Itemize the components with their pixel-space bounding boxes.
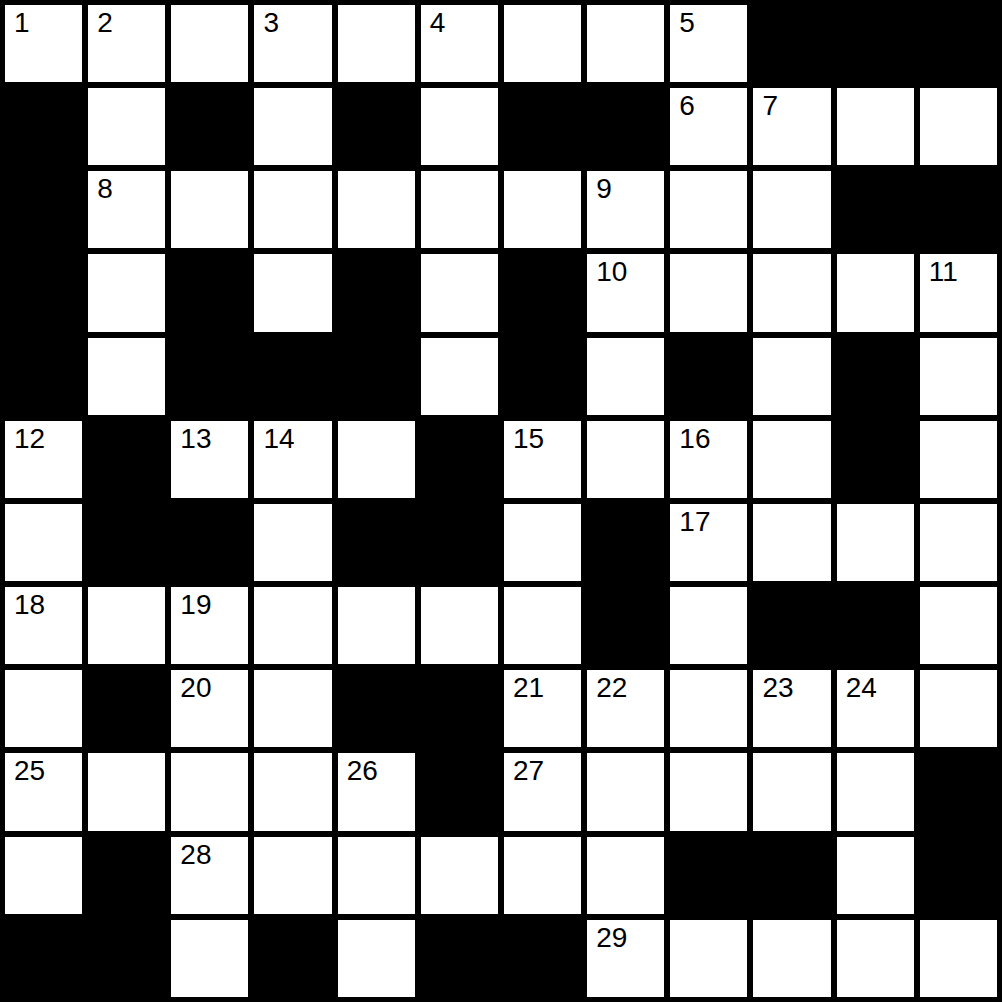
cell-r6c6[interactable] <box>504 504 581 581</box>
cell-r11c8[interactable] <box>670 920 747 997</box>
cell-r8c2[interactable]: 20 <box>171 670 248 747</box>
cell-r10c4[interactable] <box>338 837 415 914</box>
cell-r4c5[interactable] <box>421 338 498 415</box>
block-cell-r0c11 <box>920 5 997 82</box>
cell-r9c7[interactable] <box>587 753 664 830</box>
cell-r9c1[interactable] <box>88 753 165 830</box>
cell-r7c2[interactable]: 19 <box>171 587 248 664</box>
clue-number-19: 19 <box>180 590 211 619</box>
clue-number-1: 1 <box>14 8 30 37</box>
cell-r8c10[interactable]: 24 <box>837 670 914 747</box>
cell-r6c10[interactable] <box>837 504 914 581</box>
cell-r11c9[interactable] <box>753 920 830 997</box>
cell-r1c9[interactable]: 7 <box>753 88 830 165</box>
cell-r1c8[interactable]: 6 <box>670 88 747 165</box>
cell-r6c0[interactable] <box>5 504 82 581</box>
clue-number-21: 21 <box>513 673 544 702</box>
block-cell-r4c2 <box>171 338 248 415</box>
block-cell-r11c5 <box>421 920 498 997</box>
cell-r5c7[interactable] <box>587 421 664 498</box>
cell-r0c3[interactable]: 3 <box>254 5 331 82</box>
clue-number-26: 26 <box>347 756 378 785</box>
cell-r0c2[interactable] <box>171 5 248 82</box>
block-cell-r6c4 <box>338 504 415 581</box>
block-cell-r6c1 <box>88 504 165 581</box>
cell-r9c9[interactable] <box>753 753 830 830</box>
cell-r5c8[interactable]: 16 <box>670 421 747 498</box>
cell-r3c5[interactable] <box>421 254 498 331</box>
clue-number-28: 28 <box>180 840 211 869</box>
block-cell-r6c2 <box>171 504 248 581</box>
cell-r8c11[interactable] <box>920 670 997 747</box>
clue-number-12: 12 <box>14 424 45 453</box>
cell-r5c6[interactable]: 15 <box>504 421 581 498</box>
clue-number-2: 2 <box>97 8 113 37</box>
clue-number-20: 20 <box>180 673 211 702</box>
cell-r0c8[interactable]: 5 <box>670 5 747 82</box>
clue-number-5: 5 <box>679 8 695 37</box>
block-cell-r1c7 <box>587 88 664 165</box>
block-cell-r4c6 <box>504 338 581 415</box>
clue-number-4: 4 <box>430 8 446 37</box>
cell-r1c11[interactable] <box>920 88 997 165</box>
cell-r2c9[interactable] <box>753 171 830 248</box>
clue-number-10: 10 <box>596 257 627 286</box>
block-cell-r3c4 <box>338 254 415 331</box>
cell-r10c2[interactable]: 28 <box>171 837 248 914</box>
cell-r10c7[interactable] <box>587 837 664 914</box>
cell-r7c5[interactable] <box>421 587 498 664</box>
block-cell-r6c5 <box>421 504 498 581</box>
cell-r4c11[interactable] <box>920 338 997 415</box>
cell-r7c8[interactable] <box>670 587 747 664</box>
block-cell-r9c5 <box>421 753 498 830</box>
cell-r6c8[interactable]: 17 <box>670 504 747 581</box>
cell-r3c8[interactable] <box>670 254 747 331</box>
cell-r3c3[interactable] <box>254 254 331 331</box>
cell-r9c8[interactable] <box>670 753 747 830</box>
cell-r2c5[interactable] <box>421 171 498 248</box>
cell-r9c2[interactable] <box>171 753 248 830</box>
cell-r3c9[interactable] <box>753 254 830 331</box>
cell-r7c11[interactable] <box>920 587 997 664</box>
clue-number-11: 11 <box>929 257 958 286</box>
cell-r11c11[interactable] <box>920 920 997 997</box>
block-cell-r7c7 <box>587 587 664 664</box>
clue-number-8: 8 <box>97 174 113 203</box>
cell-r4c1[interactable] <box>88 338 165 415</box>
block-cell-r4c8 <box>670 338 747 415</box>
cell-r5c0[interactable]: 12 <box>5 421 82 498</box>
clue-number-3: 3 <box>263 8 279 37</box>
block-cell-r9c11 <box>920 753 997 830</box>
cell-r2c7[interactable]: 9 <box>587 171 664 248</box>
block-cell-r10c1 <box>88 837 165 914</box>
block-cell-r11c6 <box>504 920 581 997</box>
clue-number-7: 7 <box>762 91 778 120</box>
cell-r5c4[interactable] <box>338 421 415 498</box>
cell-r4c9[interactable] <box>753 338 830 415</box>
cell-r11c7[interactable]: 29 <box>587 920 664 997</box>
cell-r0c1[interactable]: 2 <box>88 5 165 82</box>
clue-number-23: 23 <box>762 673 793 702</box>
cell-r0c7[interactable] <box>587 5 664 82</box>
cell-r0c0[interactable]: 1 <box>5 5 82 82</box>
clue-number-17: 17 <box>679 507 710 536</box>
clue-number-24: 24 <box>846 673 877 702</box>
block-cell-r2c10 <box>837 171 914 248</box>
block-cell-r2c0 <box>5 171 82 248</box>
cell-r3c1[interactable] <box>88 254 165 331</box>
block-cell-r1c2 <box>171 88 248 165</box>
cell-r1c10[interactable] <box>837 88 914 165</box>
cell-r9c4[interactable]: 26 <box>338 753 415 830</box>
cell-r6c9[interactable] <box>753 504 830 581</box>
cell-r8c9[interactable]: 23 <box>753 670 830 747</box>
block-cell-r11c1 <box>88 920 165 997</box>
block-cell-r8c1 <box>88 670 165 747</box>
cell-r10c10[interactable] <box>837 837 914 914</box>
block-cell-r0c10 <box>837 5 914 82</box>
cell-r11c10[interactable] <box>837 920 914 997</box>
block-cell-r10c9 <box>753 837 830 914</box>
block-cell-r3c2 <box>171 254 248 331</box>
clue-number-15: 15 <box>513 424 544 453</box>
cell-r8c0[interactable] <box>5 670 82 747</box>
clue-number-27: 27 <box>513 756 544 785</box>
cell-r10c5[interactable] <box>421 837 498 914</box>
cell-r1c5[interactable] <box>421 88 498 165</box>
clue-number-14: 14 <box>263 424 294 453</box>
cell-r2c1[interactable]: 8 <box>88 171 165 248</box>
clue-number-16: 16 <box>679 424 710 453</box>
cell-r5c3[interactable]: 14 <box>254 421 331 498</box>
block-cell-r4c3 <box>254 338 331 415</box>
block-cell-r10c11 <box>920 837 997 914</box>
block-cell-r6c7 <box>587 504 664 581</box>
cell-r0c5[interactable]: 4 <box>421 5 498 82</box>
block-cell-r4c10 <box>837 338 914 415</box>
cell-r2c3[interactable] <box>254 171 331 248</box>
cell-r10c0[interactable] <box>5 837 82 914</box>
block-cell-r5c5 <box>421 421 498 498</box>
cell-r1c1[interactable] <box>88 88 165 165</box>
cell-r5c9[interactable] <box>753 421 830 498</box>
block-cell-r10c8 <box>670 837 747 914</box>
cell-r0c6[interactable] <box>504 5 581 82</box>
cell-r8c3[interactable] <box>254 670 331 747</box>
cell-r7c1[interactable] <box>88 587 165 664</box>
cell-r3c7[interactable]: 10 <box>587 254 664 331</box>
block-cell-r8c4 <box>338 670 415 747</box>
cell-r11c2[interactable] <box>171 920 248 997</box>
clue-number-25: 25 <box>14 756 45 785</box>
block-cell-r5c1 <box>88 421 165 498</box>
block-cell-r7c9 <box>753 587 830 664</box>
clue-number-13: 13 <box>180 424 211 453</box>
cell-r5c11[interactable] <box>920 421 997 498</box>
block-cell-r1c0 <box>5 88 82 165</box>
clue-number-29: 29 <box>596 923 627 952</box>
cell-r8c6[interactable]: 21 <box>504 670 581 747</box>
block-cell-r3c6 <box>504 254 581 331</box>
cell-r0c4[interactable] <box>338 5 415 82</box>
cell-r2c4[interactable] <box>338 171 415 248</box>
block-cell-r1c4 <box>338 88 415 165</box>
cell-r9c0[interactable]: 25 <box>5 753 82 830</box>
crossword-grid: 1234567891011121314151617181920212223242… <box>0 0 1002 1002</box>
block-cell-r0c9 <box>753 5 830 82</box>
cell-r7c0[interactable]: 18 <box>5 587 82 664</box>
cell-r1c3[interactable] <box>254 88 331 165</box>
cell-r4c7[interactable] <box>587 338 664 415</box>
cell-r2c8[interactable] <box>670 171 747 248</box>
block-cell-r7c10 <box>837 587 914 664</box>
cell-r9c10[interactable] <box>837 753 914 830</box>
cell-r10c3[interactable] <box>254 837 331 914</box>
cell-r7c4[interactable] <box>338 587 415 664</box>
cell-r8c7[interactable]: 22 <box>587 670 664 747</box>
block-cell-r5c10 <box>837 421 914 498</box>
block-cell-r4c0 <box>5 338 82 415</box>
cell-r2c6[interactable] <box>504 171 581 248</box>
block-cell-r2c11 <box>920 171 997 248</box>
cell-r5c2[interactable]: 13 <box>171 421 248 498</box>
block-cell-r1c6 <box>504 88 581 165</box>
block-cell-r4c4 <box>338 338 415 415</box>
cell-r3c11[interactable]: 11 <box>920 254 997 331</box>
cell-r6c11[interactable] <box>920 504 997 581</box>
cell-r3c10[interactable] <box>837 254 914 331</box>
clue-number-18: 18 <box>14 590 45 619</box>
cell-r7c6[interactable] <box>504 587 581 664</box>
block-cell-r8c5 <box>421 670 498 747</box>
clue-number-6: 6 <box>679 91 695 120</box>
clue-number-9: 9 <box>596 174 612 203</box>
cell-r7c3[interactable] <box>254 587 331 664</box>
cell-r6c3[interactable] <box>254 504 331 581</box>
cell-r10c6[interactable] <box>504 837 581 914</box>
cell-r2c2[interactable] <box>171 171 248 248</box>
clue-number-22: 22 <box>596 673 627 702</box>
block-cell-r11c3 <box>254 920 331 997</box>
cell-r8c8[interactable] <box>670 670 747 747</box>
cell-r9c3[interactable] <box>254 753 331 830</box>
block-cell-r3c0 <box>5 254 82 331</box>
block-cell-r11c0 <box>5 920 82 997</box>
cell-r9c6[interactable]: 27 <box>504 753 581 830</box>
cell-r11c4[interactable] <box>338 920 415 997</box>
